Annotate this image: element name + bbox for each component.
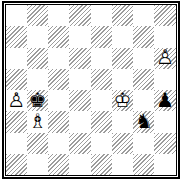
square-h8[interactable] <box>154 5 175 26</box>
board-inner-frame: ♟♙♟♙♚♚♚♔♟♟♝♗♞♞ <box>5 4 177 176</box>
square-b3[interactable]: ♝♗ <box>27 111 48 132</box>
square-b1[interactable] <box>27 154 48 175</box>
square-b5[interactable] <box>27 69 48 90</box>
white-king-fill: ♚ <box>113 90 131 110</box>
square-h2[interactable] <box>154 133 175 154</box>
square-h1[interactable] <box>154 154 175 175</box>
white-pawn-fill: ♟ <box>7 90 25 110</box>
black-king-fill: ♚ <box>28 90 46 110</box>
square-a3[interactable] <box>6 111 27 132</box>
square-g7[interactable] <box>133 26 154 47</box>
square-a8[interactable] <box>6 5 27 26</box>
black-pawn-fill: ♟ <box>156 90 174 110</box>
square-c2[interactable] <box>48 133 69 154</box>
square-b4[interactable]: ♚♚ <box>27 90 48 111</box>
white-pawn-fill: ♟ <box>156 47 174 67</box>
square-g1[interactable] <box>133 154 154 175</box>
square-g6[interactable] <box>133 48 154 69</box>
square-a2[interactable] <box>6 133 27 154</box>
square-e8[interactable] <box>91 5 112 26</box>
square-a1[interactable] <box>6 154 27 175</box>
square-a7[interactable] <box>6 26 27 47</box>
square-d7[interactable] <box>69 26 90 47</box>
black-knight-piece: ♞ <box>135 111 153 131</box>
square-g2[interactable] <box>133 133 154 154</box>
square-b8[interactable] <box>27 5 48 26</box>
square-g5[interactable] <box>133 69 154 90</box>
square-d5[interactable] <box>69 69 90 90</box>
square-b6[interactable] <box>27 48 48 69</box>
square-g4[interactable] <box>133 90 154 111</box>
square-e2[interactable] <box>91 133 112 154</box>
square-d6[interactable] <box>69 48 90 69</box>
black-pawn-piece: ♟ <box>156 90 174 110</box>
white-bishop-piece: ♗ <box>28 111 46 131</box>
square-d3[interactable] <box>69 111 90 132</box>
chessboard: ♟♙♟♙♚♚♚♔♟♟♝♗♞♞ <box>6 5 176 175</box>
white-king-piece: ♔ <box>113 90 131 110</box>
square-f8[interactable] <box>112 5 133 26</box>
square-e7[interactable] <box>91 26 112 47</box>
square-g8[interactable] <box>133 5 154 26</box>
white-bishop-fill: ♝ <box>28 111 46 131</box>
square-h5[interactable] <box>154 69 175 90</box>
square-b7[interactable] <box>27 26 48 47</box>
square-f4[interactable]: ♚♔ <box>112 90 133 111</box>
square-f5[interactable] <box>112 69 133 90</box>
square-f3[interactable] <box>112 111 133 132</box>
square-c8[interactable] <box>48 5 69 26</box>
square-d2[interactable] <box>69 133 90 154</box>
square-f6[interactable] <box>112 48 133 69</box>
square-h7[interactable] <box>154 26 175 47</box>
square-c3[interactable] <box>48 111 69 132</box>
square-h6[interactable]: ♟♙ <box>154 48 175 69</box>
white-pawn-piece: ♙ <box>7 90 25 110</box>
chess-diagram-page: ♟♙♟♙♚♚♚♔♟♟♝♗♞♞ <box>0 0 181 180</box>
white-pawn-piece: ♙ <box>156 47 174 67</box>
square-e5[interactable] <box>91 69 112 90</box>
square-h4[interactable]: ♟♟ <box>154 90 175 111</box>
square-f2[interactable] <box>112 133 133 154</box>
square-a6[interactable] <box>6 48 27 69</box>
square-f7[interactable] <box>112 26 133 47</box>
square-h3[interactable] <box>154 111 175 132</box>
square-c5[interactable] <box>48 69 69 90</box>
square-a5[interactable] <box>6 69 27 90</box>
black-knight-fill: ♞ <box>135 111 153 131</box>
square-a4[interactable]: ♟♙ <box>6 90 27 111</box>
square-e3[interactable] <box>91 111 112 132</box>
square-c4[interactable] <box>48 90 69 111</box>
square-c7[interactable] <box>48 26 69 47</box>
square-f1[interactable] <box>112 154 133 175</box>
square-e6[interactable] <box>91 48 112 69</box>
square-e4[interactable] <box>91 90 112 111</box>
square-d1[interactable] <box>69 154 90 175</box>
board-outer-frame: ♟♙♟♙♚♚♚♔♟♟♝♗♞♞ <box>2 1 180 179</box>
square-c1[interactable] <box>48 154 69 175</box>
square-d8[interactable] <box>69 5 90 26</box>
square-g3[interactable]: ♞♞ <box>133 111 154 132</box>
square-c6[interactable] <box>48 48 69 69</box>
square-b2[interactable] <box>27 133 48 154</box>
square-e1[interactable] <box>91 154 112 175</box>
square-d4[interactable] <box>69 90 90 111</box>
black-king-piece: ♚ <box>28 90 46 110</box>
